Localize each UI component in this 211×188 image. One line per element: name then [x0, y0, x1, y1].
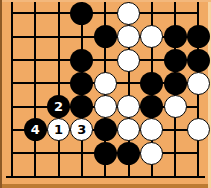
screenshot-stage: 2413	[0, 0, 211, 188]
black-stone-r1c8[interactable]	[187, 25, 210, 48]
black-stone-r2c7[interactable]	[164, 49, 187, 72]
black-stone-r6c5[interactable]	[117, 142, 140, 165]
white-stone-r5c2[interactable]: 1	[47, 118, 70, 141]
grid-line-vertical	[34, 2, 36, 178]
grid-line-horizontal	[11, 12, 199, 14]
white-stone-r4c4[interactable]	[94, 95, 117, 118]
black-stone-r1c4[interactable]	[94, 25, 117, 48]
white-stone-r0c5[interactable]	[117, 2, 140, 25]
white-stone-r1c5[interactable]	[117, 25, 140, 48]
move-number: 1	[54, 123, 63, 136]
black-stone-r4c6[interactable]	[140, 95, 163, 118]
black-stone-r4c3[interactable]	[70, 95, 93, 118]
black-stone-r0c3[interactable]	[70, 2, 93, 25]
white-stone-r3c4[interactable]	[94, 72, 117, 95]
black-stone-r2c8[interactable]	[187, 49, 210, 72]
move-number: 3	[77, 123, 86, 136]
white-stone-r5c5[interactable]	[117, 118, 140, 141]
white-stone-r6c6[interactable]	[140, 142, 163, 165]
white-stone-r5c8[interactable]	[187, 118, 210, 141]
white-stone-r1c6[interactable]	[140, 25, 163, 48]
white-stone-r3c8[interactable]	[187, 72, 210, 95]
black-stone-r5c4[interactable]	[94, 118, 117, 141]
white-stone-r2c5[interactable]	[117, 49, 140, 72]
grid-line-vertical	[58, 2, 60, 178]
white-stone-r4c7[interactable]	[164, 95, 187, 118]
white-stone-r4c5[interactable]	[117, 95, 140, 118]
go-board[interactable]: 2413	[0, 0, 211, 188]
black-stone-r5c1[interactable]: 4	[24, 118, 47, 141]
black-stone-r2c3[interactable]	[70, 49, 93, 72]
black-stone-r3c6[interactable]	[140, 72, 163, 95]
black-stone-r6c4[interactable]	[94, 142, 117, 165]
board-bottom-edge-line	[6, 176, 205, 178]
move-number: 4	[31, 123, 40, 136]
white-stone-r5c3[interactable]: 3	[70, 118, 93, 141]
black-stone-r4c2[interactable]: 2	[47, 95, 70, 118]
black-stone-r1c7[interactable]	[164, 25, 187, 48]
black-stone-r3c3[interactable]	[70, 72, 93, 95]
move-number: 2	[54, 100, 63, 113]
white-stone-r5c6[interactable]	[140, 118, 163, 141]
goban-frame: 2413	[0, 0, 211, 188]
black-stone-r3c7[interactable]	[164, 72, 187, 95]
grid-line-vertical	[11, 2, 13, 178]
